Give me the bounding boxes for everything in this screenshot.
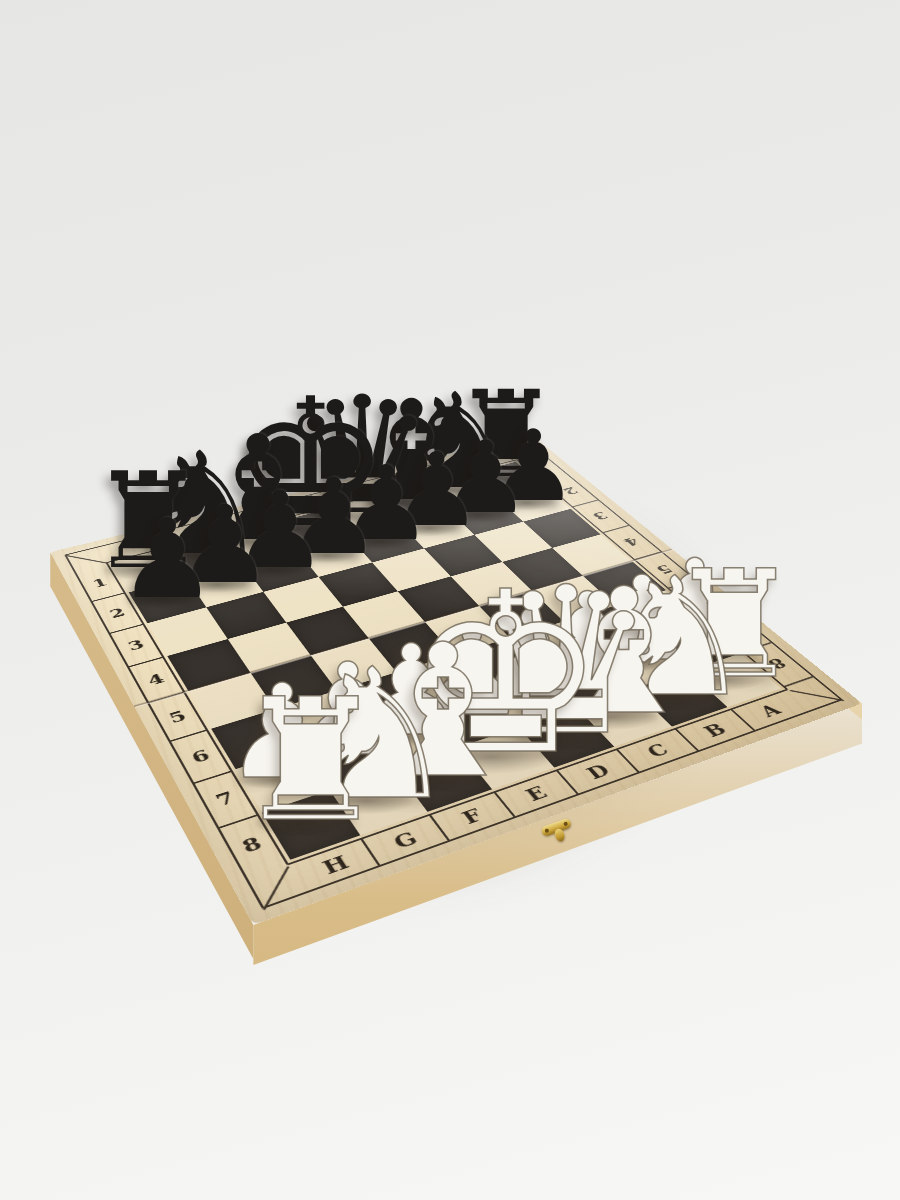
- latch-knob: [553, 828, 566, 843]
- photo-backdrop: { "game": "chess", "scene": { "descripti…: [0, 0, 900, 1200]
